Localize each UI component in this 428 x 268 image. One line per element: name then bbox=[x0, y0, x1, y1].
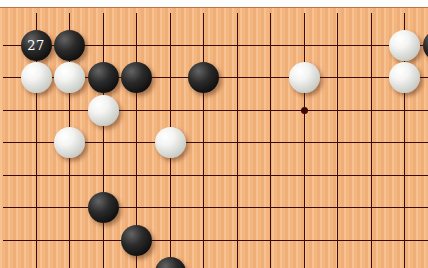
white-stone bbox=[389, 62, 420, 93]
black-stone: 27 bbox=[21, 30, 52, 61]
white-stone bbox=[155, 127, 186, 158]
black-stone bbox=[155, 257, 186, 268]
white-stone bbox=[21, 62, 52, 93]
black-stone bbox=[88, 192, 119, 223]
white-stone bbox=[54, 62, 85, 93]
white-stone bbox=[88, 95, 119, 126]
go-board[interactable]: 27 bbox=[0, 7, 428, 268]
black-stone bbox=[88, 62, 119, 93]
window-top-strip bbox=[0, 0, 428, 7]
move-number-label: 27 bbox=[21, 30, 52, 61]
white-stone bbox=[289, 62, 320, 93]
white-stone bbox=[389, 30, 420, 61]
star-point bbox=[301, 107, 308, 114]
white-stone bbox=[54, 127, 85, 158]
black-stone bbox=[188, 62, 219, 93]
black-stone bbox=[54, 30, 85, 61]
go-app-window: 27 bbox=[0, 0, 428, 268]
black-stone bbox=[423, 30, 428, 61]
board-intersections: 27 bbox=[0, 7, 428, 268]
black-stone bbox=[121, 225, 152, 256]
black-stone bbox=[121, 62, 152, 93]
